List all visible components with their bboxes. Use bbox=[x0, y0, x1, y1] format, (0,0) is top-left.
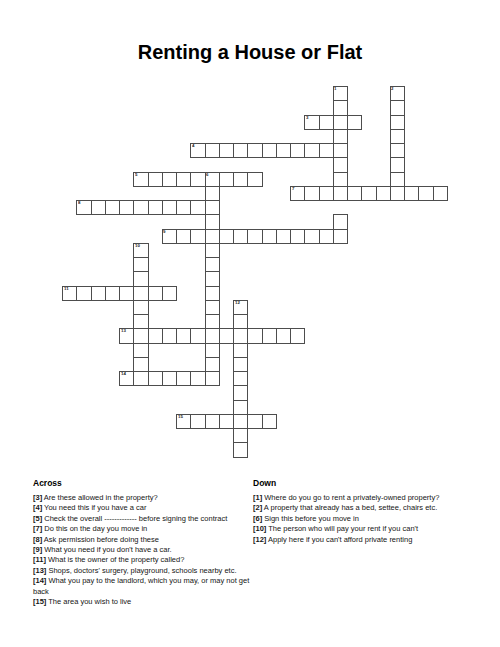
grid-cell[interactable] bbox=[105, 286, 120, 301]
grid-cell[interactable] bbox=[190, 172, 205, 187]
grid-cell[interactable] bbox=[262, 143, 277, 158]
grid-cell[interactable] bbox=[418, 186, 433, 201]
clue-number: [1] bbox=[253, 493, 262, 502]
grid-cell[interactable] bbox=[133, 371, 148, 386]
grid-cell[interactable] bbox=[233, 357, 248, 372]
grid-cell[interactable] bbox=[176, 229, 191, 244]
grid-cell[interactable] bbox=[304, 186, 319, 201]
grid-cell[interactable] bbox=[205, 343, 220, 358]
clue-number: [14] bbox=[33, 576, 46, 585]
grid-cell[interactable] bbox=[176, 371, 191, 386]
grid-cell[interactable] bbox=[219, 172, 234, 187]
grid-cell[interactable] bbox=[304, 229, 319, 244]
clue-number: [15] bbox=[33, 597, 46, 606]
grid-cell[interactable] bbox=[276, 229, 291, 244]
across-clues-section: Across [3] Are these allowed in the prop… bbox=[33, 478, 256, 607]
clue-number: [13] bbox=[33, 566, 46, 575]
across-heading: Across bbox=[33, 478, 256, 488]
grid-cell[interactable] bbox=[148, 328, 163, 343]
clue-number: [12] bbox=[253, 535, 266, 544]
grid-cell[interactable] bbox=[205, 328, 220, 343]
down-clue-list: [1] Where do you go to rent a privately-… bbox=[253, 493, 495, 545]
grid-cell[interactable] bbox=[333, 115, 348, 130]
down-clues-section: Down [1] Where do you go to rent a priva… bbox=[253, 478, 495, 545]
grid-cell[interactable] bbox=[205, 229, 220, 244]
cell-number-15: 15 bbox=[178, 415, 183, 419]
grid-cell[interactable] bbox=[247, 414, 262, 429]
grid-cell[interactable] bbox=[91, 286, 106, 301]
grid-cell[interactable] bbox=[76, 286, 91, 301]
clue-item: [5] Check the overall ------------- befo… bbox=[33, 514, 256, 524]
grid-cell[interactable] bbox=[162, 328, 177, 343]
grid-cell[interactable] bbox=[205, 214, 220, 229]
grid-cell[interactable] bbox=[319, 186, 334, 201]
grid-cell[interactable] bbox=[390, 143, 405, 158]
clue-number: [11] bbox=[33, 555, 46, 564]
clue-item: [1] Where do you go to rent a privately-… bbox=[253, 493, 495, 503]
grid-cell[interactable] bbox=[247, 172, 262, 187]
grid-cell[interactable] bbox=[205, 414, 220, 429]
grid-cell[interactable] bbox=[133, 357, 148, 372]
clue-item: [14] What you pay to the landlord, which… bbox=[33, 576, 256, 597]
grid-cell[interactable] bbox=[262, 229, 277, 244]
grid-cell[interactable] bbox=[376, 186, 391, 201]
grid-cell[interactable] bbox=[133, 200, 148, 215]
grid-cell[interactable] bbox=[205, 357, 220, 372]
clue-item: [6] Sign this before you move in bbox=[253, 514, 495, 524]
grid-cell[interactable] bbox=[219, 143, 234, 158]
clue-number: [3] bbox=[33, 493, 42, 502]
grid-cell[interactable] bbox=[233, 343, 248, 358]
grid-cell[interactable] bbox=[233, 400, 248, 415]
grid-cell[interactable] bbox=[162, 200, 177, 215]
grid-cell[interactable] bbox=[390, 172, 405, 187]
grid-cell[interactable] bbox=[133, 328, 148, 343]
grid-cell[interactable] bbox=[205, 371, 220, 386]
grid-cell[interactable] bbox=[262, 328, 277, 343]
grid-cell[interactable] bbox=[205, 257, 220, 272]
cell-number-11: 11 bbox=[64, 287, 69, 291]
grid-cell[interactable] bbox=[433, 186, 448, 201]
grid-cell[interactable] bbox=[233, 314, 248, 329]
grid-cell[interactable] bbox=[190, 328, 205, 343]
grid-cell[interactable] bbox=[119, 200, 134, 215]
grid-cell[interactable] bbox=[205, 286, 220, 301]
grid-cell[interactable] bbox=[205, 143, 220, 158]
grid-cell[interactable] bbox=[205, 186, 220, 201]
clue-item: [10] The person who will pay your rent i… bbox=[253, 524, 495, 534]
grid-cell[interactable] bbox=[133, 314, 148, 329]
grid-cell[interactable] bbox=[148, 286, 163, 301]
grid-cell[interactable] bbox=[162, 286, 177, 301]
grid-cell[interactable] bbox=[233, 385, 248, 400]
grid-cell[interactable] bbox=[205, 243, 220, 258]
grid-cell[interactable] bbox=[247, 328, 262, 343]
grid-cell[interactable] bbox=[319, 143, 334, 158]
clue-item: [15] The area you wish to live bbox=[33, 597, 256, 607]
grid-cell[interactable] bbox=[333, 172, 348, 187]
grid-cell[interactable] bbox=[176, 200, 191, 215]
grid-cell[interactable] bbox=[319, 229, 334, 244]
grid-cell[interactable] bbox=[390, 129, 405, 144]
grid-cell[interactable] bbox=[233, 172, 248, 187]
clue-item: [7] Do this on the day you move in bbox=[33, 524, 256, 534]
cell-number-10: 10 bbox=[135, 244, 140, 248]
clue-item: [11] What is the owner of the property c… bbox=[33, 555, 256, 565]
cell-number-1: 1 bbox=[334, 87, 336, 91]
clue-number: [8] bbox=[33, 535, 42, 544]
grid-cell[interactable] bbox=[247, 229, 262, 244]
cell-number-8: 8 bbox=[78, 201, 80, 205]
cell-number-2: 2 bbox=[391, 87, 393, 91]
grid-cell[interactable] bbox=[176, 328, 191, 343]
grid-cell[interactable] bbox=[233, 428, 248, 443]
grid-cell[interactable] bbox=[162, 371, 177, 386]
clue-item: [4] You need this if you have a car bbox=[33, 503, 256, 513]
grid-cell[interactable] bbox=[233, 229, 248, 244]
cell-number-3: 3 bbox=[306, 116, 308, 120]
clue-item: [9] What you need if you don't have a ca… bbox=[33, 545, 256, 555]
grid-cell[interactable] bbox=[162, 172, 177, 187]
grid-cell[interactable] bbox=[333, 186, 348, 201]
grid-cell[interactable] bbox=[148, 200, 163, 215]
grid-cell[interactable] bbox=[347, 115, 362, 130]
clue-number: [5] bbox=[33, 514, 42, 523]
clue-item: [3] Are these allowed in the property? bbox=[33, 493, 256, 503]
grid-cell[interactable] bbox=[205, 314, 220, 329]
grid-cell[interactable] bbox=[190, 414, 205, 429]
page-title: Renting a House or Flat bbox=[0, 41, 500, 64]
clue-item: [8] Ask permission before doing these bbox=[33, 535, 256, 545]
grid-cell[interactable] bbox=[404, 186, 419, 201]
cell-number-9: 9 bbox=[163, 230, 165, 234]
clue-number: [6] bbox=[253, 514, 262, 523]
clue-number: [7] bbox=[33, 524, 42, 533]
cell-number-4: 4 bbox=[192, 144, 194, 148]
down-heading: Down bbox=[253, 478, 495, 488]
grid-cell[interactable] bbox=[290, 328, 305, 343]
grid-cell[interactable] bbox=[133, 271, 148, 286]
grid-cell[interactable] bbox=[247, 143, 262, 158]
cell-number-6: 6 bbox=[206, 173, 208, 177]
grid-cell[interactable] bbox=[133, 257, 148, 272]
grid-cell[interactable] bbox=[233, 442, 248, 457]
grid-cell[interactable] bbox=[319, 115, 334, 130]
grid-cell[interactable] bbox=[333, 129, 348, 144]
grid-cell[interactable] bbox=[190, 200, 205, 215]
grid-cell[interactable] bbox=[276, 328, 291, 343]
grid-cell[interactable] bbox=[119, 286, 134, 301]
grid-cell[interactable] bbox=[290, 143, 305, 158]
clue-item: [2] A property that already has a bed, s… bbox=[253, 503, 495, 513]
grid-cell[interactable] bbox=[105, 200, 120, 215]
grid-cell[interactable] bbox=[290, 229, 305, 244]
grid-cell[interactable] bbox=[148, 172, 163, 187]
cell-number-14: 14 bbox=[121, 372, 126, 376]
grid-cell[interactable] bbox=[190, 371, 205, 386]
grid-cell[interactable] bbox=[390, 157, 405, 172]
grid-cell[interactable] bbox=[390, 115, 405, 130]
grid-cell[interactable] bbox=[219, 328, 234, 343]
clue-number: [2] bbox=[253, 503, 262, 512]
grid-cell[interactable] bbox=[133, 286, 148, 301]
grid-cell[interactable] bbox=[276, 143, 291, 158]
grid-cell[interactable] bbox=[333, 229, 348, 244]
grid-cell[interactable] bbox=[205, 200, 220, 215]
grid-cell[interactable] bbox=[361, 186, 376, 201]
grid-cell[interactable] bbox=[219, 229, 234, 244]
grid-cell[interactable] bbox=[233, 414, 248, 429]
grid-cell[interactable] bbox=[205, 300, 220, 315]
grid-cell[interactable] bbox=[219, 414, 234, 429]
grid-cell[interactable] bbox=[233, 328, 248, 343]
grid-cell[interactable] bbox=[148, 371, 163, 386]
clue-item: [12] Apply here if you can't afford priv… bbox=[253, 535, 495, 545]
clue-number: [9] bbox=[33, 545, 42, 554]
grid-cell[interactable] bbox=[347, 186, 362, 201]
clue-item: [13] Shops, doctors' surgery, playground… bbox=[33, 566, 256, 576]
grid-cell[interactable] bbox=[233, 371, 248, 386]
cell-number-7: 7 bbox=[292, 187, 294, 191]
grid-cell[interactable] bbox=[133, 343, 148, 358]
grid-cell[interactable] bbox=[333, 214, 348, 229]
grid-cell[interactable] bbox=[205, 271, 220, 286]
clue-number: [4] bbox=[33, 503, 42, 512]
across-clue-list: [3] Are these allowed in the property?[4… bbox=[33, 493, 256, 607]
cell-number-12: 12 bbox=[235, 301, 240, 305]
grid-cell[interactable] bbox=[262, 414, 277, 429]
grid-cell[interactable] bbox=[304, 143, 319, 158]
clue-number: [10] bbox=[253, 524, 266, 533]
grid-cell[interactable] bbox=[133, 300, 148, 315]
grid-cell[interactable] bbox=[333, 157, 348, 172]
grid-cell[interactable] bbox=[233, 143, 248, 158]
grid-cell[interactable] bbox=[190, 229, 205, 244]
grid-cell[interactable] bbox=[176, 172, 191, 187]
grid-cell[interactable] bbox=[333, 143, 348, 158]
cell-number-5: 5 bbox=[135, 173, 137, 177]
cell-number-13: 13 bbox=[121, 329, 126, 333]
grid-cell[interactable] bbox=[91, 200, 106, 215]
grid-cell[interactable] bbox=[390, 100, 405, 115]
grid-cell[interactable] bbox=[390, 186, 405, 201]
grid-cell[interactable] bbox=[333, 100, 348, 115]
